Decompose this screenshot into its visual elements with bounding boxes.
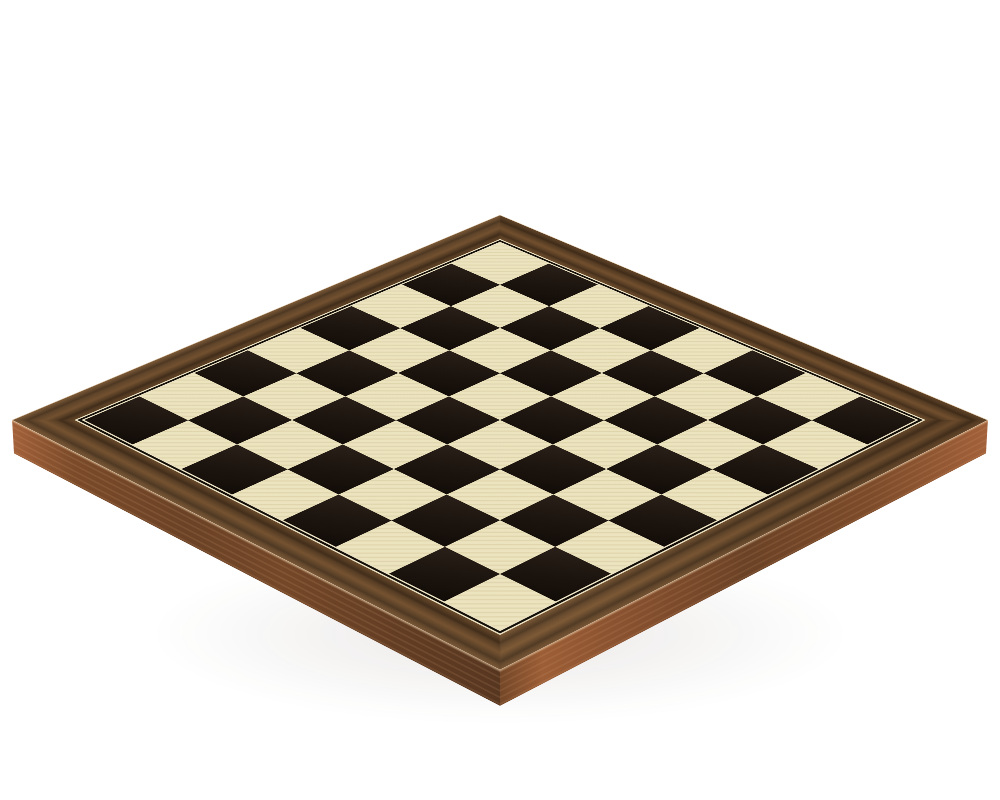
square-b1 xyxy=(132,420,237,469)
square-g4 xyxy=(554,469,661,520)
square-g6 xyxy=(658,420,763,469)
square-e4 xyxy=(447,420,552,469)
square-g1 xyxy=(389,547,500,602)
photo-background xyxy=(0,0,1000,800)
square-g2 xyxy=(445,520,555,573)
square-h6 xyxy=(712,444,818,494)
frame-strip-lower-left xyxy=(12,405,535,669)
square-f1 xyxy=(335,520,445,573)
square-e2 xyxy=(339,469,446,520)
frame-strip-lower-right xyxy=(465,405,988,669)
pinstripe-dark xyxy=(77,240,923,633)
square-d1 xyxy=(232,469,339,520)
square-e3 xyxy=(394,444,500,494)
square-f3 xyxy=(446,469,553,520)
square-g3 xyxy=(500,494,608,546)
square-f5 xyxy=(553,420,658,469)
playing-field xyxy=(84,243,916,630)
square-h1 xyxy=(444,574,556,630)
board-top-face xyxy=(12,215,988,670)
square-h7 xyxy=(763,420,868,469)
square-c2 xyxy=(237,420,342,469)
scene xyxy=(0,0,1000,800)
chessboard xyxy=(12,215,988,670)
square-e1 xyxy=(283,494,391,546)
square-h2 xyxy=(500,547,611,602)
square-f2 xyxy=(392,494,500,546)
square-d2 xyxy=(288,444,394,494)
square-g5 xyxy=(606,444,712,494)
square-h3 xyxy=(555,520,665,573)
square-h5 xyxy=(661,469,768,520)
square-h4 xyxy=(608,494,716,546)
square-d3 xyxy=(342,420,447,469)
square-f4 xyxy=(500,444,606,494)
square-c1 xyxy=(181,444,287,494)
pinstripe-inner xyxy=(81,242,918,631)
pinstripe-outer xyxy=(74,239,925,635)
